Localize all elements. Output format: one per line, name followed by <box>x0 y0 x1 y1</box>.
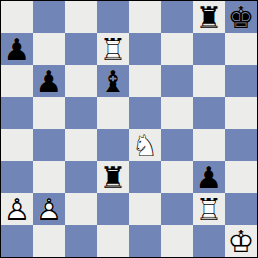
white-rook[interactable]: ♜♖ <box>193 193 225 225</box>
square-g8[interactable]: ♜ <box>193 1 225 33</box>
pawn-glyph-fill: ♟ <box>33 65 65 97</box>
square-d1[interactable] <box>97 225 129 257</box>
white-pawn[interactable]: ♟♙ <box>33 193 65 225</box>
square-d3[interactable]: ♜ <box>97 161 129 193</box>
square-c2[interactable] <box>65 193 97 225</box>
square-f1[interactable] <box>161 225 193 257</box>
square-a8[interactable] <box>1 1 33 33</box>
square-d2[interactable] <box>97 193 129 225</box>
square-f8[interactable] <box>161 1 193 33</box>
square-a2[interactable]: ♟♙ <box>1 193 33 225</box>
square-a6[interactable] <box>1 65 33 97</box>
square-h2[interactable] <box>225 193 257 225</box>
black-king[interactable]: ♚ <box>225 1 257 33</box>
square-c3[interactable] <box>65 161 97 193</box>
square-g1[interactable] <box>193 225 225 257</box>
square-h3[interactable] <box>225 161 257 193</box>
square-b4[interactable] <box>33 129 65 161</box>
black-rook[interactable]: ♜ <box>193 1 225 33</box>
square-f5[interactable] <box>161 97 193 129</box>
white-rook[interactable]: ♜♖ <box>97 33 129 65</box>
white-king[interactable]: ♚♔ <box>225 225 257 257</box>
square-d5[interactable] <box>97 97 129 129</box>
square-g2[interactable]: ♜♖ <box>193 193 225 225</box>
square-a5[interactable] <box>1 97 33 129</box>
square-d4[interactable] <box>97 129 129 161</box>
square-e7[interactable] <box>129 33 161 65</box>
square-c1[interactable] <box>65 225 97 257</box>
square-e1[interactable] <box>129 225 161 257</box>
chess-board-frame: ♜♚♟♜♖♟♝♞♘♜♟♟♙♟♙♜♖♚♔ <box>0 0 258 258</box>
square-d6[interactable]: ♝ <box>97 65 129 97</box>
king-glyph-outline: ♔ <box>225 225 257 257</box>
black-pawn[interactable]: ♟ <box>193 161 225 193</box>
square-e4[interactable]: ♞♘ <box>129 129 161 161</box>
pawn-glyph-fill: ♟ <box>193 161 225 193</box>
square-g7[interactable] <box>193 33 225 65</box>
square-e8[interactable] <box>129 1 161 33</box>
square-c4[interactable] <box>65 129 97 161</box>
square-g3[interactable]: ♟ <box>193 161 225 193</box>
white-pawn[interactable]: ♟♙ <box>1 193 33 225</box>
square-c5[interactable] <box>65 97 97 129</box>
square-b1[interactable] <box>33 225 65 257</box>
white-knight[interactable]: ♞♘ <box>129 129 161 161</box>
square-c6[interactable] <box>65 65 97 97</box>
square-c7[interactable] <box>65 33 97 65</box>
square-c8[interactable] <box>65 1 97 33</box>
square-a7[interactable]: ♟ <box>1 33 33 65</box>
square-a4[interactable] <box>1 129 33 161</box>
black-bishop[interactable]: ♝ <box>97 65 129 97</box>
square-d7[interactable]: ♜♖ <box>97 33 129 65</box>
square-g5[interactable] <box>193 97 225 129</box>
black-pawn[interactable]: ♟ <box>33 65 65 97</box>
king-glyph-fill: ♚ <box>225 1 257 33</box>
square-f4[interactable] <box>161 129 193 161</box>
square-b2[interactable]: ♟♙ <box>33 193 65 225</box>
pawn-glyph-outline: ♙ <box>1 193 33 225</box>
square-h5[interactable] <box>225 97 257 129</box>
square-b7[interactable] <box>33 33 65 65</box>
square-f2[interactable] <box>161 193 193 225</box>
square-f7[interactable] <box>161 33 193 65</box>
chess-board: ♜♚♟♜♖♟♝♞♘♜♟♟♙♟♙♜♖♚♔ <box>1 1 257 257</box>
rook-glyph-fill: ♜ <box>193 1 225 33</box>
square-g4[interactable] <box>193 129 225 161</box>
square-f6[interactable] <box>161 65 193 97</box>
black-pawn[interactable]: ♟ <box>1 33 33 65</box>
square-f3[interactable] <box>161 161 193 193</box>
square-a1[interactable] <box>1 225 33 257</box>
rook-glyph-outline: ♖ <box>193 193 225 225</box>
square-b3[interactable] <box>33 161 65 193</box>
pawn-glyph-fill: ♟ <box>1 33 33 65</box>
square-b8[interactable] <box>33 1 65 33</box>
bishop-glyph-fill: ♝ <box>97 65 129 97</box>
pawn-glyph-outline: ♙ <box>33 193 65 225</box>
square-h6[interactable] <box>225 65 257 97</box>
square-g6[interactable] <box>193 65 225 97</box>
rook-glyph-fill: ♜ <box>97 161 129 193</box>
square-b6[interactable]: ♟ <box>33 65 65 97</box>
square-d8[interactable] <box>97 1 129 33</box>
square-e5[interactable] <box>129 97 161 129</box>
square-a3[interactable] <box>1 161 33 193</box>
square-h8[interactable]: ♚ <box>225 1 257 33</box>
square-b5[interactable] <box>33 97 65 129</box>
square-e2[interactable] <box>129 193 161 225</box>
rook-glyph-outline: ♖ <box>97 33 129 65</box>
knight-glyph-outline: ♘ <box>129 129 161 161</box>
square-h7[interactable] <box>225 33 257 65</box>
black-rook[interactable]: ♜ <box>97 161 129 193</box>
square-e3[interactable] <box>129 161 161 193</box>
square-h1[interactable]: ♚♔ <box>225 225 257 257</box>
square-e6[interactable] <box>129 65 161 97</box>
square-h4[interactable] <box>225 129 257 161</box>
